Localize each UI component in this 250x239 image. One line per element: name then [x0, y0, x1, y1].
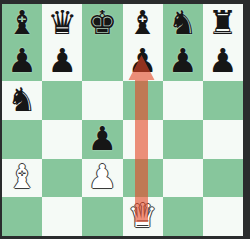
black-pawn[interactable]: ♟: [128, 44, 158, 77]
square-c4[interactable]: ♝: [2, 159, 42, 198]
square-e6[interactable]: [82, 81, 122, 120]
square-h6[interactable]: [203, 81, 243, 120]
app-background: ♝♛♚♝♞♜♟♟♟♟♟♞♟♝♟♛: [0, 0, 250, 239]
white-queen[interactable]: ♛: [128, 199, 158, 232]
black-pawn[interactable]: ♟: [88, 122, 118, 155]
black-knight[interactable]: ♞: [7, 83, 37, 116]
black-knight[interactable]: ♞: [168, 6, 198, 39]
square-d4[interactable]: [42, 159, 82, 198]
square-e5[interactable]: ♟: [82, 120, 122, 159]
white-bishop[interactable]: ♝: [7, 160, 37, 193]
black-pawn[interactable]: ♟: [47, 44, 77, 77]
black-pawn[interactable]: ♟: [168, 44, 198, 77]
square-h8[interactable]: ♜: [203, 4, 243, 43]
black-pawn[interactable]: ♟: [7, 44, 37, 77]
chess-board: ♝♛♚♝♞♜♟♟♟♟♟♞♟♝♟♛: [2, 4, 243, 236]
square-d6[interactable]: [42, 81, 82, 120]
square-f4[interactable]: [123, 159, 163, 198]
square-g5[interactable]: [163, 120, 203, 159]
square-h7[interactable]: ♟: [203, 43, 243, 82]
square-f6[interactable]: [123, 81, 163, 120]
square-f8[interactable]: ♝: [123, 4, 163, 43]
square-c6[interactable]: ♞: [2, 81, 42, 120]
square-d3[interactable]: [42, 197, 82, 236]
square-g7[interactable]: ♟: [163, 43, 203, 82]
black-bishop[interactable]: ♝: [128, 6, 158, 39]
square-c7[interactable]: ♟: [2, 43, 42, 82]
square-f7[interactable]: ♟: [123, 43, 163, 82]
square-e7[interactable]: [82, 43, 122, 82]
square-h3[interactable]: [203, 197, 243, 236]
square-f3[interactable]: ♛: [123, 197, 163, 236]
square-e4[interactable]: ♟: [82, 159, 122, 198]
square-c3[interactable]: [2, 197, 42, 236]
square-d8[interactable]: ♛: [42, 4, 82, 43]
white-pawn[interactable]: ♟: [88, 160, 118, 193]
square-d7[interactable]: ♟: [42, 43, 82, 82]
square-g3[interactable]: [163, 197, 203, 236]
square-g6[interactable]: [163, 81, 203, 120]
black-rook[interactable]: ♜: [208, 6, 238, 39]
square-g8[interactable]: ♞: [163, 4, 203, 43]
black-pawn[interactable]: ♟: [208, 44, 238, 77]
square-e3[interactable]: [82, 197, 122, 236]
square-h4[interactable]: [203, 159, 243, 198]
black-bishop[interactable]: ♝: [7, 6, 37, 39]
square-e8[interactable]: ♚: [82, 4, 122, 43]
square-f5[interactable]: [123, 120, 163, 159]
black-queen[interactable]: ♛: [47, 6, 77, 39]
square-c5[interactable]: [2, 120, 42, 159]
square-g4[interactable]: [163, 159, 203, 198]
black-king[interactable]: ♚: [88, 6, 118, 39]
square-d5[interactable]: [42, 120, 82, 159]
square-h5[interactable]: [203, 120, 243, 159]
square-c8[interactable]: ♝: [2, 4, 42, 43]
